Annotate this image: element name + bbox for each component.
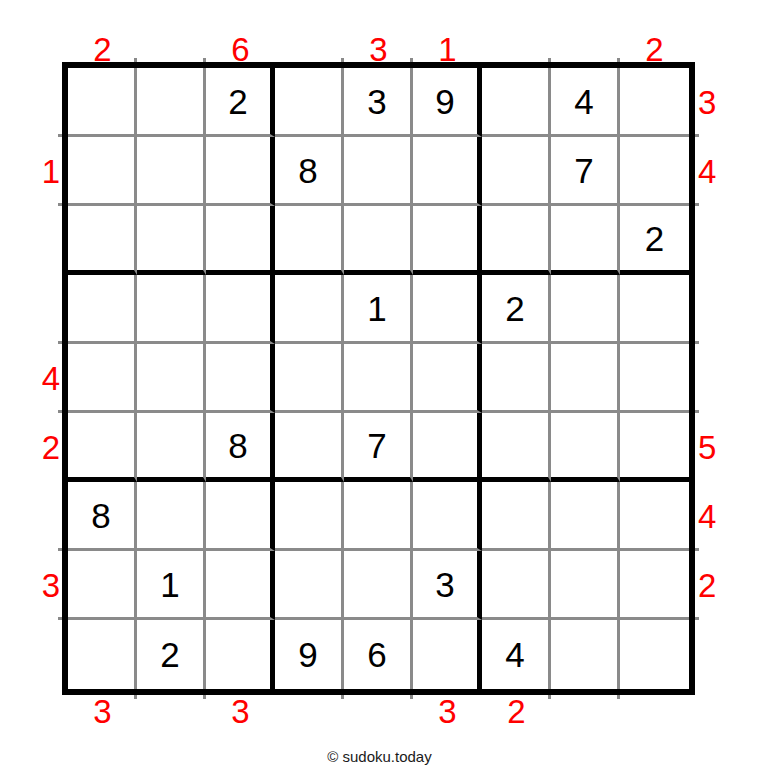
cell-r5c1[interactable] [68, 344, 137, 413]
clue-bottom-2 [137, 692, 206, 732]
gridline-tick [58, 203, 62, 206]
cell-r5c5[interactable] [344, 344, 413, 413]
cell-r2c5[interactable] [344, 137, 413, 206]
cell-r9c7[interactable]: 4 [482, 620, 551, 689]
clue-left-9 [0, 620, 60, 689]
gridline-tick [134, 695, 137, 699]
cell-r9c2[interactable]: 2 [137, 620, 206, 689]
cell-r2c7[interactable] [482, 137, 551, 206]
gridline-tick [58, 617, 62, 620]
clue-right-1: 3 [697, 68, 757, 137]
cell-r9c4[interactable]: 9 [275, 620, 344, 689]
clue-left-6: 2 [0, 413, 60, 482]
cell-r9c5[interactable]: 6 [344, 620, 413, 689]
cell-r4c1[interactable] [68, 275, 137, 344]
sudoku-board: 239487212878132964 [62, 62, 695, 695]
clue-bottom-1: 3 [68, 692, 137, 732]
cell-r8c4[interactable] [275, 551, 344, 620]
cell-r7c4[interactable] [275, 482, 344, 551]
clues-right: 34542 [697, 68, 757, 689]
cell-r5c2[interactable] [137, 344, 206, 413]
cell-r5c3[interactable] [206, 344, 275, 413]
cell-r8c7[interactable] [482, 551, 551, 620]
cell-r1c2[interactable] [137, 68, 206, 137]
gridline-tick [58, 548, 62, 551]
cell-r4c5[interactable]: 1 [344, 275, 413, 344]
cell-r6c4[interactable] [275, 413, 344, 482]
cell-r7c9[interactable] [620, 482, 689, 551]
clue-bottom-6: 3 [413, 692, 482, 732]
cell-r9c9[interactable] [620, 620, 689, 689]
clue-right-3 [697, 206, 757, 275]
cell-r6c3[interactable]: 8 [206, 413, 275, 482]
cell-r2c6[interactable] [413, 137, 482, 206]
cell-r6c8[interactable] [551, 413, 620, 482]
cell-r7c5[interactable] [344, 482, 413, 551]
cell-r8c1[interactable] [68, 551, 137, 620]
cell-r3c3[interactable] [206, 206, 275, 275]
cell-r1c4[interactable] [275, 68, 344, 137]
cell-r1c3[interactable]: 2 [206, 68, 275, 137]
cell-r4c3[interactable] [206, 275, 275, 344]
cell-r9c6[interactable] [413, 620, 482, 689]
cell-r1c9[interactable] [620, 68, 689, 137]
cell-r3c6[interactable] [413, 206, 482, 275]
cell-r9c1[interactable] [68, 620, 137, 689]
cell-r5c9[interactable] [620, 344, 689, 413]
clue-bottom-7: 2 [482, 692, 551, 732]
cell-r8c6[interactable]: 3 [413, 551, 482, 620]
gridline-tick [695, 617, 699, 620]
cell-r2c4[interactable]: 8 [275, 137, 344, 206]
cell-r2c3[interactable] [206, 137, 275, 206]
cell-r8c3[interactable] [206, 551, 275, 620]
cell-r7c8[interactable] [551, 482, 620, 551]
cell-r1c5[interactable]: 3 [344, 68, 413, 137]
cell-r6c1[interactable] [68, 413, 137, 482]
cell-r3c1[interactable] [68, 206, 137, 275]
cell-r7c2[interactable] [137, 482, 206, 551]
cell-r8c9[interactable] [620, 551, 689, 620]
cell-r9c8[interactable] [551, 620, 620, 689]
cell-r1c6[interactable]: 9 [413, 68, 482, 137]
clue-left-8: 3 [0, 551, 60, 620]
cell-r6c6[interactable] [413, 413, 482, 482]
cell-r2c8[interactable]: 7 [551, 137, 620, 206]
cell-r7c6[interactable] [413, 482, 482, 551]
cell-r7c3[interactable] [206, 482, 275, 551]
cell-r6c9[interactable] [620, 413, 689, 482]
cell-r6c2[interactable] [137, 413, 206, 482]
cell-r4c8[interactable] [551, 275, 620, 344]
clues-left: 1423 [0, 68, 60, 689]
clue-bottom-4 [275, 692, 344, 732]
cell-r3c5[interactable] [344, 206, 413, 275]
cell-r2c2[interactable] [137, 137, 206, 206]
cell-r5c7[interactable] [482, 344, 551, 413]
gridline-tick [341, 695, 344, 699]
cell-r3c4[interactable] [275, 206, 344, 275]
clue-bottom-8 [551, 692, 620, 732]
clue-right-8: 2 [697, 551, 757, 620]
clue-right-7: 4 [697, 482, 757, 551]
cell-r8c8[interactable] [551, 551, 620, 620]
clue-right-6: 5 [697, 413, 757, 482]
cell-r4c6[interactable] [413, 275, 482, 344]
cell-r4c9[interactable] [620, 275, 689, 344]
puzzle-stage: 26312 1423 34542 3332 239487212878132964… [0, 0, 759, 779]
cell-r5c6[interactable] [413, 344, 482, 413]
cell-r8c5[interactable] [344, 551, 413, 620]
gridline-tick [134, 58, 137, 62]
clue-right-5 [697, 344, 757, 413]
gridline-tick [695, 134, 699, 137]
cell-r6c5[interactable]: 7 [344, 413, 413, 482]
cell-r4c7[interactable]: 2 [482, 275, 551, 344]
clue-right-2: 4 [697, 137, 757, 206]
cell-r4c4[interactable] [275, 275, 344, 344]
cell-r3c7[interactable] [482, 206, 551, 275]
gridline-tick [203, 58, 206, 62]
clue-left-2: 1 [0, 137, 60, 206]
gridline-tick [695, 410, 699, 413]
gridline-tick [203, 695, 206, 699]
cell-r7c7[interactable] [482, 482, 551, 551]
gridline-tick [58, 410, 62, 413]
cell-r3c9[interactable]: 2 [620, 206, 689, 275]
footer-credit: © sudoku.today [0, 748, 759, 765]
gridline-tick [548, 58, 551, 62]
clue-bottom-5 [344, 692, 413, 732]
cell-r3c8[interactable] [551, 206, 620, 275]
cell-r4c2[interactable] [137, 275, 206, 344]
gridline-tick [58, 341, 62, 344]
cell-r5c4[interactable] [275, 344, 344, 413]
gridline-tick [410, 695, 413, 699]
cell-r1c8[interactable]: 4 [551, 68, 620, 137]
gridline-tick [695, 203, 699, 206]
cell-r2c9[interactable] [620, 137, 689, 206]
cell-r6c7[interactable] [482, 413, 551, 482]
cell-r2c1[interactable] [68, 137, 137, 206]
clue-right-4 [697, 275, 757, 344]
gridline-tick [58, 134, 62, 137]
cell-r9c3[interactable] [206, 620, 275, 689]
cell-r8c2[interactable]: 1 [137, 551, 206, 620]
gridline-tick [695, 341, 699, 344]
gridline-tick [617, 695, 620, 699]
clue-bottom-9 [620, 692, 689, 732]
gridline-tick [341, 58, 344, 62]
cell-r5c8[interactable] [551, 344, 620, 413]
clue-right-9 [697, 620, 757, 689]
clue-left-3 [0, 206, 60, 275]
cell-r3c2[interactable] [137, 206, 206, 275]
clue-left-5: 4 [0, 344, 60, 413]
gridline-tick [548, 695, 551, 699]
cell-r7c1[interactable]: 8 [68, 482, 137, 551]
cell-r1c7[interactable] [482, 68, 551, 137]
clue-left-7 [0, 482, 60, 551]
gridline-tick [695, 548, 699, 551]
gridline-tick [617, 58, 620, 62]
clues-bottom: 3332 [68, 692, 689, 732]
cell-r1c1[interactable] [68, 68, 137, 137]
clue-bottom-3: 3 [206, 692, 275, 732]
clue-left-1 [0, 68, 60, 137]
clue-left-4 [0, 275, 60, 344]
gridline-tick [410, 58, 413, 62]
